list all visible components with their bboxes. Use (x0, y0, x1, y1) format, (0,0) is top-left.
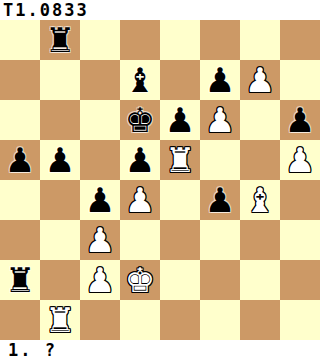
square-g5[interactable] (240, 140, 280, 180)
square-d5[interactable]: ♟ (120, 140, 160, 180)
square-e8[interactable] (160, 20, 200, 60)
square-g3[interactable] (240, 220, 280, 260)
square-g6[interactable] (240, 100, 280, 140)
square-h2[interactable] (280, 260, 320, 300)
square-d3[interactable] (120, 220, 160, 260)
white-pawn[interactable]: ♟ (245, 60, 275, 100)
square-g1[interactable] (240, 300, 280, 340)
chess-board: ♜♝♟♟♚♟♟♟♟♟♟♜♟♟♟♟♝♟♜♟♚♜ (0, 20, 320, 340)
square-c1[interactable] (80, 300, 120, 340)
square-g7[interactable]: ♟ (240, 60, 280, 100)
black-pawn[interactable]: ♟ (5, 140, 35, 180)
square-e7[interactable] (160, 60, 200, 100)
black-rook[interactable]: ♜ (45, 20, 75, 60)
white-pawn[interactable]: ♟ (85, 220, 115, 260)
square-c2[interactable]: ♟ (80, 260, 120, 300)
chess-app-window: T1.0833 ♜♝♟♟♚♟♟♟♟♟♟♜♟♟♟♟♝♟♜♟♚♜ 1. ? (0, 0, 320, 360)
square-a8[interactable] (0, 20, 40, 60)
square-f7[interactable]: ♟ (200, 60, 240, 100)
square-e5[interactable]: ♜ (160, 140, 200, 180)
square-e4[interactable] (160, 180, 200, 220)
white-pawn[interactable]: ♟ (285, 140, 315, 180)
square-b4[interactable] (40, 180, 80, 220)
square-g4[interactable]: ♝ (240, 180, 280, 220)
square-b5[interactable]: ♟ (40, 140, 80, 180)
square-h1[interactable] (280, 300, 320, 340)
square-e3[interactable] (160, 220, 200, 260)
black-bishop[interactable]: ♝ (125, 60, 155, 100)
square-a7[interactable] (0, 60, 40, 100)
square-h4[interactable] (280, 180, 320, 220)
square-c3[interactable]: ♟ (80, 220, 120, 260)
white-pawn[interactable]: ♟ (85, 260, 115, 300)
square-a3[interactable] (0, 220, 40, 260)
white-king[interactable]: ♚ (125, 260, 155, 300)
black-pawn[interactable]: ♟ (285, 100, 315, 140)
black-pawn[interactable]: ♟ (45, 140, 75, 180)
square-b1[interactable]: ♜ (40, 300, 80, 340)
white-pawn[interactable]: ♟ (125, 180, 155, 220)
square-a5[interactable]: ♟ (0, 140, 40, 180)
square-b2[interactable] (40, 260, 80, 300)
square-b3[interactable] (40, 220, 80, 260)
square-g8[interactable] (240, 20, 280, 60)
square-f2[interactable] (200, 260, 240, 300)
black-pawn[interactable]: ♟ (165, 100, 195, 140)
square-c5[interactable] (80, 140, 120, 180)
white-pawn[interactable]: ♟ (205, 100, 235, 140)
white-bishop[interactable]: ♝ (245, 180, 275, 220)
square-h6[interactable]: ♟ (280, 100, 320, 140)
square-c8[interactable] (80, 20, 120, 60)
square-c4[interactable]: ♟ (80, 180, 120, 220)
square-a2[interactable]: ♜ (0, 260, 40, 300)
square-c7[interactable] (80, 60, 120, 100)
square-b7[interactable] (40, 60, 80, 100)
square-f4[interactable]: ♟ (200, 180, 240, 220)
square-e2[interactable] (160, 260, 200, 300)
square-d2[interactable]: ♚ (120, 260, 160, 300)
black-rook[interactable]: ♜ (5, 260, 35, 300)
black-pawn[interactable]: ♟ (205, 180, 235, 220)
square-d4[interactable]: ♟ (120, 180, 160, 220)
black-pawn[interactable]: ♟ (205, 60, 235, 100)
square-a4[interactable] (0, 180, 40, 220)
square-f1[interactable] (200, 300, 240, 340)
square-d7[interactable]: ♝ (120, 60, 160, 100)
square-a6[interactable] (0, 100, 40, 140)
square-e1[interactable] (160, 300, 200, 340)
square-f5[interactable] (200, 140, 240, 180)
move-prompt: 1. ? (0, 340, 320, 360)
square-b8[interactable]: ♜ (40, 20, 80, 60)
white-rook[interactable]: ♜ (165, 140, 195, 180)
square-e6[interactable]: ♟ (160, 100, 200, 140)
square-h8[interactable] (280, 20, 320, 60)
square-g2[interactable] (240, 260, 280, 300)
square-h7[interactable] (280, 60, 320, 100)
square-d1[interactable] (120, 300, 160, 340)
square-f8[interactable] (200, 20, 240, 60)
black-pawn[interactable]: ♟ (85, 180, 115, 220)
square-h3[interactable] (280, 220, 320, 260)
square-a1[interactable] (0, 300, 40, 340)
square-b6[interactable] (40, 100, 80, 140)
square-f6[interactable]: ♟ (200, 100, 240, 140)
black-king[interactable]: ♚ (125, 100, 155, 140)
square-d6[interactable]: ♚ (120, 100, 160, 140)
white-rook[interactable]: ♜ (45, 300, 75, 340)
square-h5[interactable]: ♟ (280, 140, 320, 180)
square-c6[interactable] (80, 100, 120, 140)
square-f3[interactable] (200, 220, 240, 260)
square-d8[interactable] (120, 20, 160, 60)
black-pawn[interactable]: ♟ (125, 140, 155, 180)
puzzle-id-title: T1.0833 (0, 0, 320, 20)
